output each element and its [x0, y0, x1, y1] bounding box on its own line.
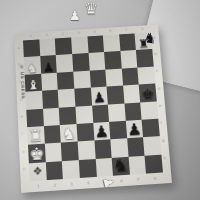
edge-label-3: 3 — [61, 32, 64, 36]
square-b3 — [56, 54, 73, 72]
vinyl-board-mat: © US CHESS ♜♞♟♝♟♚♜♞♟♟♚❖♞ 112233445566778… — [14, 25, 172, 193]
square-h2 — [45, 161, 63, 180]
square-c1: ♝ — [25, 74, 42, 92]
square-f8 — [142, 119, 160, 138]
edge-label-4: 4 — [77, 31, 80, 35]
square-f2 — [44, 125, 61, 144]
square-f1: ♜ — [27, 126, 44, 145]
edge-label-e: e — [21, 115, 24, 119]
square-a5 — [87, 35, 104, 53]
square-g6 — [110, 138, 128, 157]
black-knight-h6: ♞ — [112, 157, 130, 176]
edge-label-6: 6 — [109, 29, 112, 33]
edge-label-2: 2 — [54, 184, 57, 188]
square-c6 — [105, 68, 122, 86]
edge-label-1: 1 — [37, 185, 40, 189]
square-h4 — [79, 159, 97, 178]
square-a2 — [39, 38, 56, 56]
edge-label-f: f — [21, 132, 23, 136]
edge-label-h: h — [23, 168, 26, 172]
black-pawn-f5: ♟ — [93, 124, 111, 141]
square-c3 — [57, 71, 74, 89]
white-knight-f3: ♞ — [60, 126, 77, 143]
square-b5 — [88, 52, 105, 70]
edge-label-5: 5 — [93, 30, 96, 34]
edge-label-f: f — [161, 121, 163, 125]
captured-white-pawn-0: ♟ — [69, 9, 81, 22]
edge-label-c: c — [19, 80, 21, 84]
square-h8 — [145, 154, 163, 173]
square-b7 — [120, 50, 137, 68]
square-g5 — [94, 140, 112, 159]
square-b6 — [104, 51, 121, 69]
edge-label-h: h — [164, 157, 167, 161]
square-h5 — [95, 158, 113, 177]
edge-label-g: g — [162, 139, 165, 143]
edge-label-6: 6 — [120, 179, 123, 183]
square-d1 — [25, 91, 42, 110]
edge-label-e: e — [159, 104, 162, 108]
square-a6 — [103, 34, 120, 52]
white-bishop-c1: ♝ — [25, 78, 42, 92]
black-king-d8: ♚ — [139, 87, 156, 102]
edge-label-8: 8 — [153, 177, 156, 181]
white-knight-b1: ♞ — [24, 61, 41, 74]
edge-label-3: 3 — [70, 182, 73, 186]
edge-label-b: b — [18, 63, 21, 67]
board-grid: ♜♞♟♝♟♚♜♞♟♟♚❖♞ — [23, 32, 163, 181]
square-h6: ♞ — [112, 156, 130, 175]
square-e2 — [43, 107, 60, 126]
square-a3 — [55, 37, 72, 55]
square-d8: ♚ — [139, 84, 157, 102]
square-a4 — [71, 36, 88, 54]
square-h3 — [62, 160, 80, 179]
edge-label-2: 2 — [45, 33, 48, 37]
square-a1 — [23, 39, 40, 57]
square-f7: ♟ — [126, 120, 144, 139]
square-c8 — [138, 66, 156, 84]
square-e3 — [59, 106, 76, 125]
square-b4 — [72, 53, 89, 71]
square-d6 — [107, 86, 125, 104]
square-f4 — [76, 123, 94, 142]
square-h1: ❖ — [29, 162, 47, 181]
edge-label-b: b — [155, 53, 158, 57]
edge-label-8: 8 — [141, 27, 144, 31]
square-e6 — [108, 103, 126, 122]
square-g4 — [78, 141, 96, 160]
square-f3: ♞ — [60, 124, 78, 143]
square-g1: ♚ — [28, 144, 45, 163]
square-b8 — [136, 49, 154, 67]
square-c4 — [73, 70, 90, 88]
edge-label-7: 7 — [137, 178, 140, 182]
square-d2 — [42, 90, 59, 109]
captured-black-knight-2: ♞ — [143, 30, 157, 46]
white-rook-f1: ♜ — [27, 128, 44, 145]
square-e4 — [75, 105, 92, 124]
square-e5 — [92, 104, 110, 123]
black-pawn-b2: ♟ — [40, 60, 57, 73]
edge-label-a: a — [17, 46, 20, 50]
square-c5 — [89, 69, 106, 87]
square-d4 — [74, 88, 91, 107]
square-g7 — [127, 137, 145, 156]
edge-label-g: g — [22, 150, 25, 154]
captured-white-queen-1: ♛ — [84, 1, 98, 17]
square-d3 — [58, 89, 75, 108]
edge-label-c: c — [156, 69, 158, 73]
square-g3 — [61, 142, 79, 161]
edge-label-d: d — [20, 97, 23, 101]
chessboard-photo: © US CHESS ♜♞♟♝♟♚♜♞♟♟♚❖♞ 112233445566778… — [0, 0, 200, 200]
edge-label-1: 1 — [29, 34, 32, 38]
edge-label-4: 4 — [87, 181, 90, 185]
square-f5: ♟ — [93, 122, 111, 141]
square-e8 — [140, 101, 158, 120]
edge-label-7: 7 — [125, 28, 128, 32]
square-a7 — [119, 33, 136, 51]
square-g2 — [45, 143, 63, 162]
square-b2: ♟ — [40, 55, 57, 73]
square-c7 — [122, 67, 140, 85]
black-pawn-d5: ♟ — [91, 90, 108, 105]
square-d5: ♟ — [90, 87, 107, 105]
square-f6 — [109, 121, 127, 140]
square-h7 — [128, 155, 146, 174]
square-b1: ♞ — [24, 56, 41, 74]
black-pawn-f7: ♟ — [126, 122, 144, 139]
captured-white-pawn-3: ♟ — [101, 175, 117, 190]
white-king-g1: ♚ — [28, 145, 45, 163]
square-c2 — [41, 73, 58, 91]
edge-label-d: d — [157, 87, 160, 91]
square-d7 — [123, 85, 141, 103]
square-e7 — [124, 102, 142, 121]
corner-emblem: ❖ — [29, 162, 47, 181]
square-e1 — [26, 108, 43, 127]
square-g8 — [143, 136, 161, 155]
